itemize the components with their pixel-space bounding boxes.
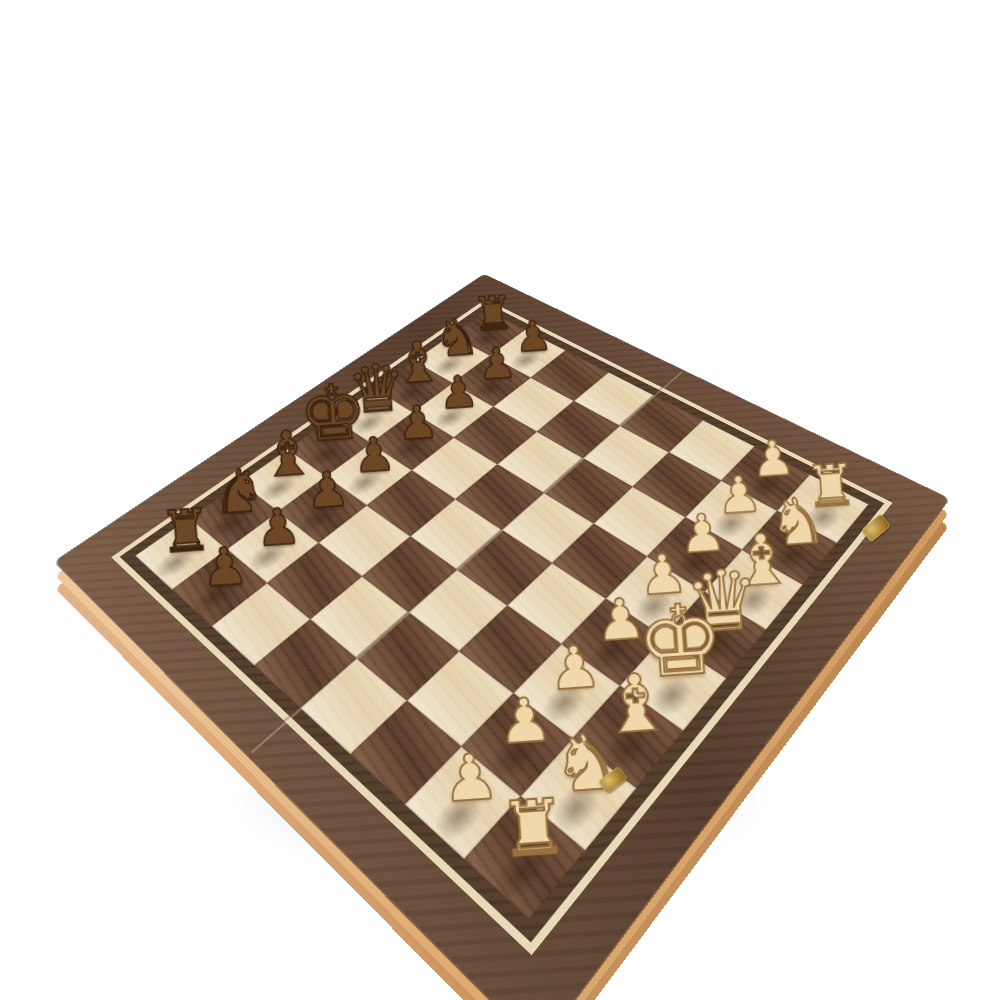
piece-shadow — [376, 426, 441, 472]
piece-shadow — [292, 432, 357, 479]
piece-shadow — [418, 396, 480, 439]
piece-shadow — [379, 373, 440, 414]
piece-black-king-d8: ♚ — [284, 338, 379, 453]
chess-board-3d-wrap: ♜♞♝♚♛♝♞♜♟♟♟♟♟♟♟♟♟♟♟♟♟♟♟♟♜♞♝♚♛♝♞♜ — [55, 274, 949, 1000]
piece-shadow — [230, 529, 303, 586]
piece-shadow — [419, 346, 478, 385]
piece-white-pawn-e2: ♟ — [603, 468, 716, 605]
piece-shadow — [337, 402, 400, 446]
chess-board: ♜♞♝♚♛♝♞♜♟♟♟♟♟♟♟♟♟♟♟♟♟♟♟♟♜♞♝♚♛♝♞♜ — [55, 274, 949, 1000]
